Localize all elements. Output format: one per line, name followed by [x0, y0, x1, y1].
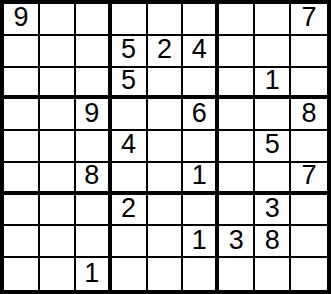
cell-r6c6[interactable]: 1: [183, 163, 219, 195]
cell-r8c1[interactable]: [4, 226, 40, 258]
cell-r6c9[interactable]: 7: [291, 163, 327, 195]
given-digit: 8: [84, 162, 99, 189]
cell-r2c5[interactable]: 2: [148, 36, 184, 68]
cell-r2c8[interactable]: [255, 36, 291, 68]
cell-r6c4[interactable]: [112, 163, 148, 195]
given-digit: 5: [121, 36, 136, 63]
cell-r2c4[interactable]: 5: [112, 36, 148, 68]
given-digit: 7: [302, 162, 317, 189]
cell-r4c8[interactable]: [255, 99, 291, 131]
given-digit: 5: [121, 67, 136, 94]
cell-r4c9[interactable]: 8: [291, 99, 327, 131]
cell-r9c1[interactable]: [4, 258, 40, 290]
cell-r5c8[interactable]: 5: [255, 131, 291, 163]
cell-r5c3[interactable]: [76, 131, 112, 163]
cell-r9c5[interactable]: [148, 258, 184, 290]
cell-r6c2[interactable]: [40, 163, 76, 195]
cell-r8c9[interactable]: [291, 226, 327, 258]
cell-r9c8[interactable]: [255, 258, 291, 290]
cell-r3c3[interactable]: [76, 68, 112, 100]
cell-r8c4[interactable]: [112, 226, 148, 258]
cell-r5c5[interactable]: [148, 131, 184, 163]
cell-r8c5[interactable]: [148, 226, 184, 258]
cell-r6c5[interactable]: [148, 163, 184, 195]
cell-r2c7[interactable]: [219, 36, 255, 68]
given-digit: 1: [192, 162, 207, 189]
cell-r9c2[interactable]: [40, 258, 76, 290]
cell-r8c2[interactable]: [40, 226, 76, 258]
cell-r1c2[interactable]: [40, 4, 76, 36]
given-digit: 2: [121, 195, 136, 222]
given-digit: 9: [84, 100, 99, 127]
cell-r3c1[interactable]: [4, 68, 40, 100]
given-digit: 1: [265, 67, 280, 94]
cell-r9c3[interactable]: 1: [76, 258, 112, 290]
cell-r2c6[interactable]: 4: [183, 36, 219, 68]
cell-r1c6[interactable]: [183, 4, 219, 36]
given-digit: 4: [192, 36, 207, 63]
cell-r7c3[interactable]: [76, 195, 112, 227]
cell-r1c7[interactable]: [219, 4, 255, 36]
cell-r6c1[interactable]: [4, 163, 40, 195]
cell-r2c9[interactable]: [291, 36, 327, 68]
cell-r9c6[interactable]: [183, 258, 219, 290]
cell-r5c2[interactable]: [40, 131, 76, 163]
cell-r8c3[interactable]: [76, 226, 112, 258]
cell-r6c3[interactable]: 8: [76, 163, 112, 195]
given-digit: 3: [265, 195, 280, 222]
given-digit: 8: [265, 227, 280, 254]
given-digit: 9: [13, 4, 28, 31]
cell-r5c6[interactable]: [183, 131, 219, 163]
cell-r5c9[interactable]: [291, 131, 327, 163]
cell-r5c4[interactable]: 4: [112, 131, 148, 163]
cell-r7c5[interactable]: [148, 195, 184, 227]
cell-r7c4[interactable]: 2: [112, 195, 148, 227]
cell-r3c9[interactable]: [291, 68, 327, 100]
cell-r3c6[interactable]: [183, 68, 219, 100]
cell-r3c5[interactable]: [148, 68, 184, 100]
cell-r3c2[interactable]: [40, 68, 76, 100]
sudoku-board: 975245196845817231381: [0, 0, 331, 294]
cell-r4c4[interactable]: [112, 99, 148, 131]
cell-r9c4[interactable]: [112, 258, 148, 290]
cell-r1c8[interactable]: [255, 4, 291, 36]
cell-r7c8[interactable]: 3: [255, 195, 291, 227]
cell-r1c3[interactable]: [76, 4, 112, 36]
given-digit: 5: [265, 131, 280, 158]
cell-r1c9[interactable]: 7: [291, 4, 327, 36]
cell-r4c2[interactable]: [40, 99, 76, 131]
cell-r7c2[interactable]: [40, 195, 76, 227]
cell-r9c9[interactable]: [291, 258, 327, 290]
cell-r7c1[interactable]: [4, 195, 40, 227]
given-digit: 1: [192, 227, 207, 254]
given-digit: 4: [121, 131, 136, 158]
cell-r2c3[interactable]: [76, 36, 112, 68]
cell-r5c1[interactable]: [4, 131, 40, 163]
cell-r4c7[interactable]: [219, 99, 255, 131]
cell-r9c7[interactable]: [219, 258, 255, 290]
cell-r3c4[interactable]: 5: [112, 68, 148, 100]
given-digit: 6: [192, 100, 207, 127]
cell-r8c8[interactable]: 8: [255, 226, 291, 258]
given-digit: 3: [229, 227, 244, 254]
cell-r3c7[interactable]: [219, 68, 255, 100]
given-digit: 2: [157, 36, 172, 63]
cell-r4c1[interactable]: [4, 99, 40, 131]
cell-r6c7[interactable]: [219, 163, 255, 195]
given-digit: 7: [302, 4, 317, 31]
cell-r1c5[interactable]: [148, 4, 184, 36]
given-digit: 1: [84, 260, 99, 287]
cell-r5c7[interactable]: [219, 131, 255, 163]
cell-r7c7[interactable]: [219, 195, 255, 227]
cell-r4c6[interactable]: 6: [183, 99, 219, 131]
cell-r2c1[interactable]: [4, 36, 40, 68]
cell-r6c8[interactable]: [255, 163, 291, 195]
cell-r7c6[interactable]: [183, 195, 219, 227]
cell-r7c9[interactable]: [291, 195, 327, 227]
cell-r4c5[interactable]: [148, 99, 184, 131]
cell-r4c3[interactable]: 9: [76, 99, 112, 131]
cell-r3c8[interactable]: 1: [255, 68, 291, 100]
cell-r1c1[interactable]: 9: [4, 4, 40, 36]
cell-r2c2[interactable]: [40, 36, 76, 68]
cell-r8c7[interactable]: 3: [219, 226, 255, 258]
given-digit: 8: [302, 100, 317, 127]
cell-r8c6[interactable]: 1: [183, 226, 219, 258]
cell-r1c4[interactable]: [112, 4, 148, 36]
